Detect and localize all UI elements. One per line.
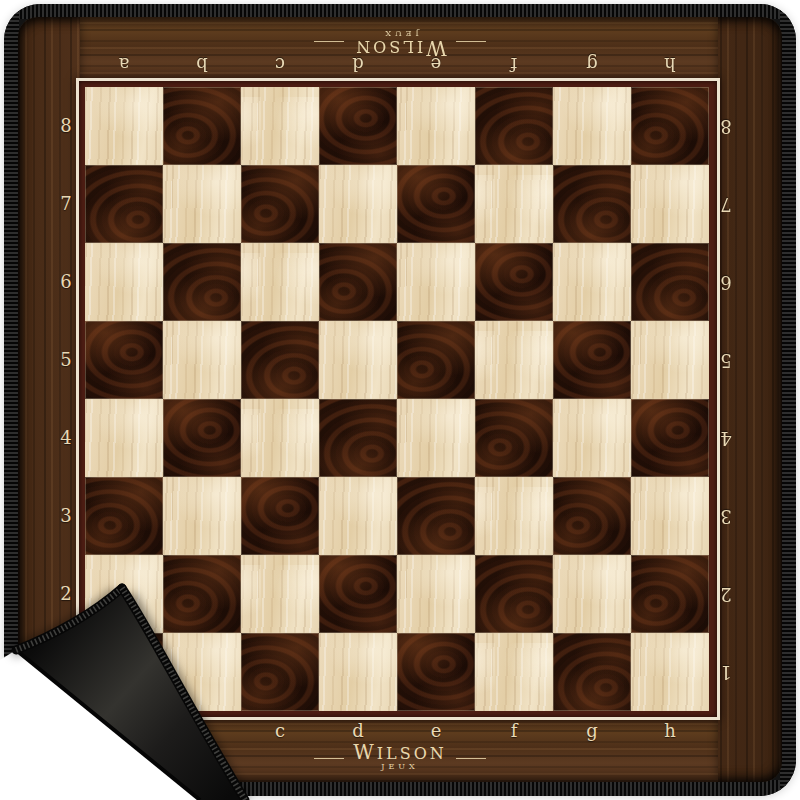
square-d8[interactable] [319,87,397,165]
square-f2[interactable] [475,555,553,633]
square-g2[interactable] [553,555,631,633]
square-d6[interactable] [319,243,397,321]
logo-rule-right [456,758,486,759]
square-d5[interactable] [319,321,397,399]
square-g5[interactable] [553,321,631,399]
square-g8[interactable] [553,87,631,165]
square-c6[interactable] [241,243,319,321]
square-h3[interactable] [631,477,709,555]
square-b6[interactable] [163,243,241,321]
square-f7[interactable] [475,165,553,243]
square-g3[interactable] [553,477,631,555]
square-h1[interactable] [631,633,709,711]
square-e3[interactable] [397,477,475,555]
square-b1[interactable] [163,633,241,711]
square-a7[interactable] [85,165,163,243]
stitched-edge [4,4,796,796]
logo-rule-right [314,42,344,43]
square-e4[interactable] [397,399,475,477]
chess-board [85,87,709,711]
brand-logo-top: WILSON JEUX [305,24,495,60]
square-d1[interactable] [319,633,397,711]
square-c1[interactable] [241,633,319,711]
square-g7[interactable] [553,165,631,243]
square-a3[interactable] [85,477,163,555]
square-h2[interactable] [631,555,709,633]
stitched-edge-left [4,4,19,796]
square-b4[interactable] [163,399,241,477]
square-a8[interactable] [85,87,163,165]
board-frame-maroon-line [79,81,717,717]
brand-subname: JEUX [353,763,447,771]
square-c5[interactable] [241,321,319,399]
square-c4[interactable] [241,399,319,477]
chess-mat-product-photo: aabbccddeeffgghh8877665544332211 WILSON … [0,0,800,800]
brand-name: WILSON [353,745,447,761]
square-f5[interactable] [475,321,553,399]
square-h5[interactable] [631,321,709,399]
square-e2[interactable] [397,555,475,633]
square-h7[interactable] [631,165,709,243]
chess-mat [4,4,796,796]
square-a2[interactable] [85,555,163,633]
square-f1[interactable] [475,633,553,711]
square-b7[interactable] [163,165,241,243]
square-g1[interactable] [553,633,631,711]
square-d7[interactable] [319,165,397,243]
square-a6[interactable] [85,243,163,321]
square-e7[interactable] [397,165,475,243]
square-a4[interactable] [85,399,163,477]
square-a5[interactable] [85,321,163,399]
square-c2[interactable] [241,555,319,633]
brand-name: WILSON [353,39,447,55]
square-h4[interactable] [631,399,709,477]
square-e8[interactable] [397,87,475,165]
square-e6[interactable] [397,243,475,321]
square-d2[interactable] [319,555,397,633]
square-f3[interactable] [475,477,553,555]
square-b3[interactable] [163,477,241,555]
square-c3[interactable] [241,477,319,555]
square-b5[interactable] [163,321,241,399]
square-e1[interactable] [397,633,475,711]
square-a1[interactable] [85,633,163,711]
logo-rule-left [314,758,344,759]
square-f6[interactable] [475,243,553,321]
square-g4[interactable] [553,399,631,477]
brand-logo-bottom: WILSON JEUX [305,740,495,776]
walnut-border [18,17,782,782]
stitched-edge-bottom [4,780,796,796]
square-f4[interactable] [475,399,553,477]
square-d3[interactable] [319,477,397,555]
square-c8[interactable] [241,87,319,165]
square-b8[interactable] [163,87,241,165]
stitched-edge-right [780,4,796,796]
square-e5[interactable] [397,321,475,399]
square-b2[interactable] [163,555,241,633]
square-c7[interactable] [241,165,319,243]
square-d4[interactable] [319,399,397,477]
board-frame-cream-line [76,78,720,720]
square-f8[interactable] [475,87,553,165]
logo-rule-left [456,42,486,43]
square-h6[interactable] [631,243,709,321]
square-g6[interactable] [553,243,631,321]
square-h8[interactable] [631,87,709,165]
